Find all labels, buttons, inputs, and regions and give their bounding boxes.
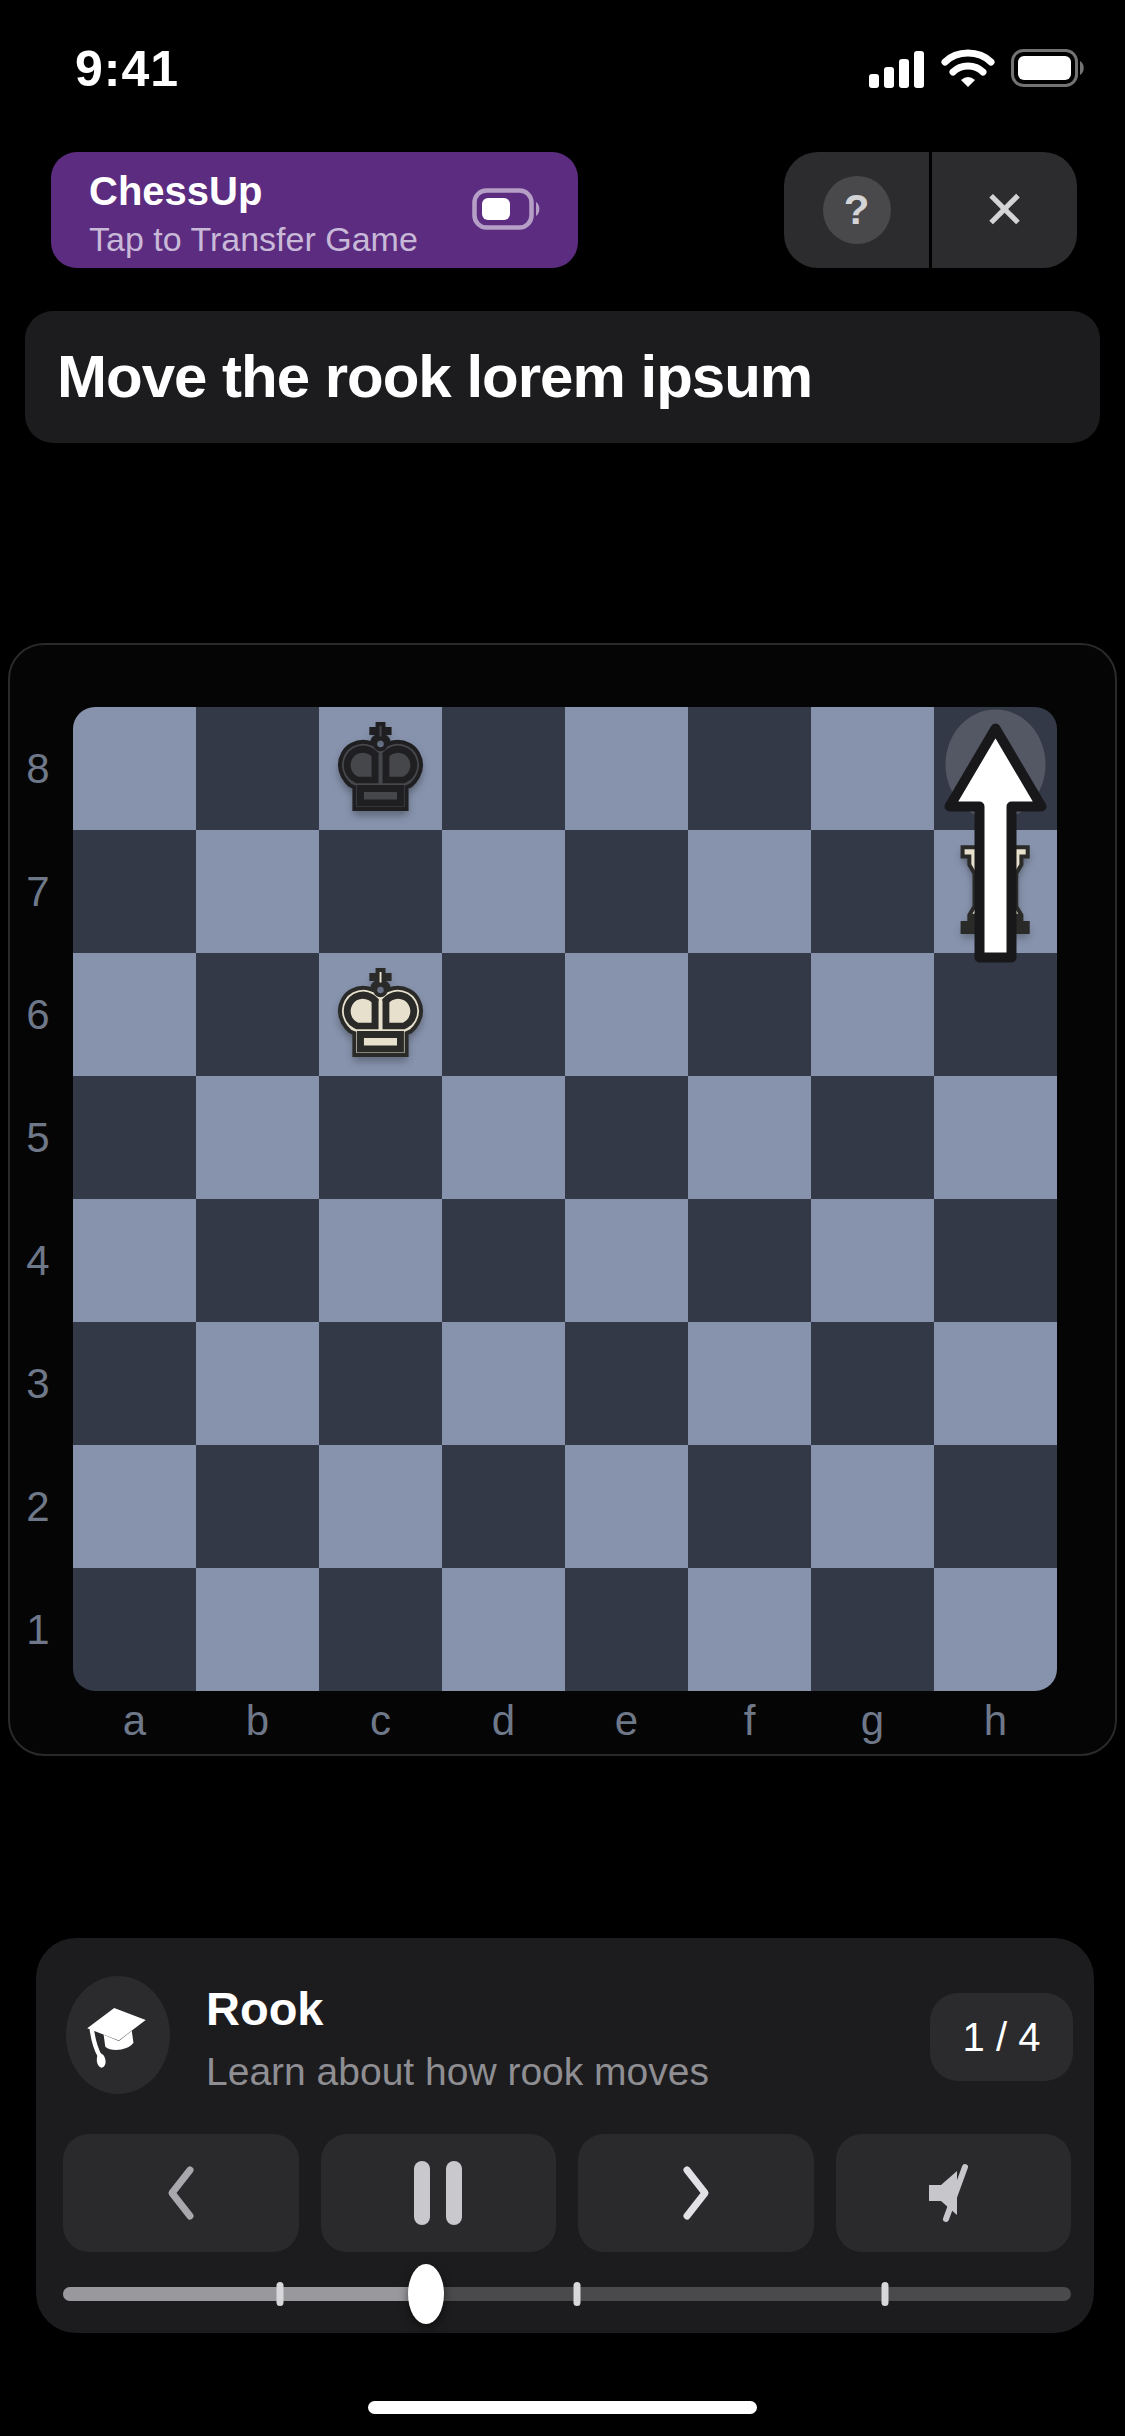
rank-label-1: 1 (8, 1568, 68, 1691)
rank-label-2: 2 (8, 1445, 68, 1568)
piece-white-rook-h7[interactable]: ♜ (934, 830, 1057, 953)
lesson-subtitle: Learn about how rook moves (206, 2050, 709, 2094)
rank-label-6: 6 (8, 953, 68, 1076)
progress-badge: 1 / 4 (930, 1993, 1073, 2081)
square-c1[interactable] (319, 1568, 442, 1691)
header-button-group: ? ✕ (784, 152, 1077, 268)
square-f2[interactable] (688, 1445, 811, 1568)
help-circle: ? (823, 176, 891, 244)
mute-button[interactable] (836, 2134, 1072, 2252)
chevron-left-icon (163, 2163, 199, 2223)
square-d4[interactable] (442, 1199, 565, 1322)
banner-app-name: ChessUp (89, 169, 262, 214)
square-a5[interactable] (73, 1076, 196, 1199)
square-c5[interactable] (319, 1076, 442, 1199)
square-g4[interactable] (811, 1199, 934, 1322)
square-c2[interactable] (319, 1445, 442, 1568)
square-a4[interactable] (73, 1199, 196, 1322)
square-h5[interactable] (934, 1076, 1057, 1199)
square-b1[interactable] (196, 1568, 319, 1691)
square-a6[interactable] (73, 953, 196, 1076)
square-b5[interactable] (196, 1076, 319, 1199)
square-b7[interactable] (196, 830, 319, 953)
rank-label-5: 5 (8, 1076, 68, 1199)
square-c3[interactable] (319, 1322, 442, 1445)
square-f3[interactable] (688, 1322, 811, 1445)
file-labels: abcdefgh (73, 1691, 1057, 1751)
square-d8[interactable] (442, 707, 565, 830)
chevron-right-icon (678, 2163, 714, 2223)
rank-label-3: 3 (8, 1322, 68, 1445)
rank-label-7: 7 (8, 830, 68, 953)
square-h8[interactable] (934, 707, 1057, 830)
square-h2[interactable] (934, 1445, 1057, 1568)
file-label-e: e (565, 1691, 688, 1751)
file-label-g: g (811, 1691, 934, 1751)
square-f8[interactable] (688, 707, 811, 830)
lesson-progress-slider[interactable] (63, 2279, 1071, 2309)
home-indicator[interactable] (368, 2401, 757, 2414)
rank-label-8: 8 (8, 707, 68, 830)
square-g1[interactable] (811, 1568, 934, 1691)
slider-played-track (63, 2287, 426, 2301)
square-b6[interactable] (196, 953, 319, 1076)
lesson-title: Rook (206, 1981, 324, 2036)
square-f5[interactable] (688, 1076, 811, 1199)
square-d1[interactable] (442, 1568, 565, 1691)
square-e3[interactable] (565, 1322, 688, 1445)
square-b8[interactable] (196, 707, 319, 830)
square-b3[interactable] (196, 1322, 319, 1445)
square-a3[interactable] (73, 1322, 196, 1445)
status-icons (869, 48, 1087, 88)
square-c7[interactable] (319, 830, 442, 953)
rank-label-4: 4 (8, 1199, 68, 1322)
square-d3[interactable] (442, 1322, 565, 1445)
square-f1[interactable] (688, 1568, 811, 1691)
instruction-card: Move the rook lorem ipsum (25, 311, 1100, 443)
square-e1[interactable] (565, 1568, 688, 1691)
square-b4[interactable] (196, 1199, 319, 1322)
square-a2[interactable] (73, 1445, 196, 1568)
file-label-b: b (196, 1691, 319, 1751)
question-mark-icon: ? (844, 186, 870, 234)
progress-text: 1 / 4 (963, 2015, 1041, 2060)
file-label-h: h (934, 1691, 1057, 1751)
slider-tick-3 (881, 2282, 888, 2306)
lesson-icon-circle (66, 1976, 170, 2094)
help-button[interactable]: ? (784, 152, 929, 268)
square-e7[interactable] (565, 830, 688, 953)
square-h3[interactable] (934, 1322, 1057, 1445)
square-b2[interactable] (196, 1445, 319, 1568)
muted-speaker-icon (919, 2161, 987, 2225)
square-d7[interactable] (442, 830, 565, 953)
rank-labels: 87654321 (8, 707, 68, 1691)
lesson-panel: Rook Learn about how rook moves 1 / 4 (36, 1938, 1094, 2333)
square-g5[interactable] (811, 1076, 934, 1199)
square-e2[interactable] (565, 1445, 688, 1568)
file-label-c: c (319, 1691, 442, 1751)
graduation-cap-icon (83, 2000, 153, 2070)
pause-button[interactable] (321, 2134, 557, 2252)
file-label-d: d (442, 1691, 565, 1751)
square-f6[interactable] (688, 953, 811, 1076)
slider-tick-1 (276, 2282, 283, 2306)
slider-thumb[interactable] (408, 2264, 444, 2324)
square-d6[interactable] (442, 953, 565, 1076)
square-a8[interactable] (73, 707, 196, 830)
close-icon: ✕ (983, 180, 1027, 240)
chessup-lesson-screen: 9:41 ChessUp Tap to Transfer Game (0, 0, 1125, 2436)
previous-button[interactable] (63, 2134, 299, 2252)
square-e6[interactable] (565, 953, 688, 1076)
square-d2[interactable] (442, 1445, 565, 1568)
file-label-f: f (688, 1691, 811, 1751)
device-battery-icon (472, 186, 542, 232)
battery-icon (1011, 49, 1087, 87)
square-g2[interactable] (811, 1445, 934, 1568)
slider-tick-2 (574, 2282, 581, 2306)
wifi-icon (941, 48, 995, 88)
square-h4[interactable] (934, 1199, 1057, 1322)
square-d5[interactable] (442, 1076, 565, 1199)
square-g7[interactable] (811, 830, 934, 953)
chess-board: ♚♚♜ (73, 707, 1057, 1691)
square-g3[interactable] (811, 1322, 934, 1445)
instruction-text: Move the rook lorem ipsum (57, 311, 812, 443)
piece-black-king-c8[interactable]: ♚ (319, 707, 442, 830)
square-e5[interactable] (565, 1076, 688, 1199)
status-time: 9:41 (75, 40, 179, 98)
pause-icon (414, 2161, 462, 2225)
square-c4[interactable] (319, 1199, 442, 1322)
square-a7[interactable] (73, 830, 196, 953)
piece-white-king-c6[interactable]: ♚ (319, 953, 442, 1076)
square-g6[interactable] (811, 953, 934, 1076)
square-f4[interactable] (688, 1199, 811, 1322)
next-button[interactable] (578, 2134, 814, 2252)
square-g8[interactable] (811, 707, 934, 830)
square-a1[interactable] (73, 1568, 196, 1691)
cellular-signal-icon (869, 48, 925, 88)
playback-controls (63, 2134, 1071, 2252)
square-f7[interactable] (688, 830, 811, 953)
banner-subtitle: Tap to Transfer Game (89, 220, 418, 259)
square-h6[interactable] (934, 953, 1057, 1076)
close-button[interactable]: ✕ (929, 152, 1077, 268)
transfer-game-banner[interactable]: ChessUp Tap to Transfer Game (51, 152, 578, 268)
square-e8[interactable] (565, 707, 688, 830)
file-label-a: a (73, 1691, 196, 1751)
square-e4[interactable] (565, 1199, 688, 1322)
square-h1[interactable] (934, 1568, 1057, 1691)
